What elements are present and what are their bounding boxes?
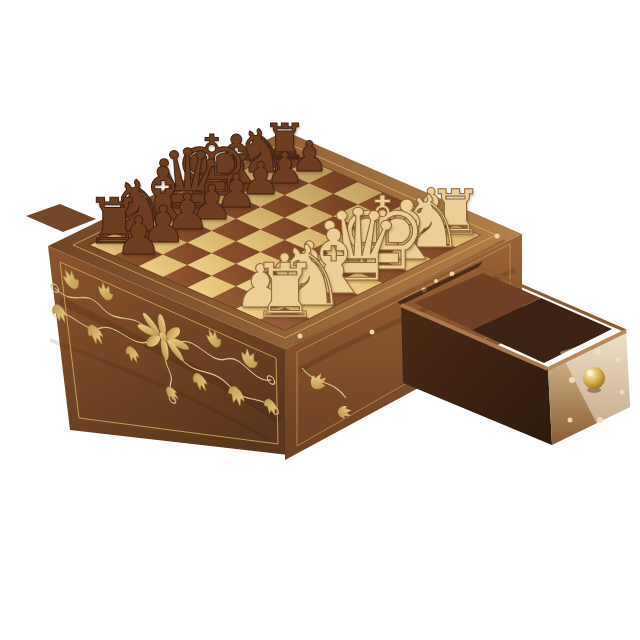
storage-drawer[interactable]	[397, 261, 630, 445]
product-photo-stage: ♜♞♝♛♚♝♞♜♟♟♟♟♟♟♟♟♟♟♟♟♟♟♟♟♜♞♝♛♚♝♞♜	[0, 0, 640, 640]
piece-light-rook-a1[interactable]: ♜	[251, 254, 318, 329]
piece-dark-pawn-a7[interactable]: ♟	[115, 210, 162, 263]
